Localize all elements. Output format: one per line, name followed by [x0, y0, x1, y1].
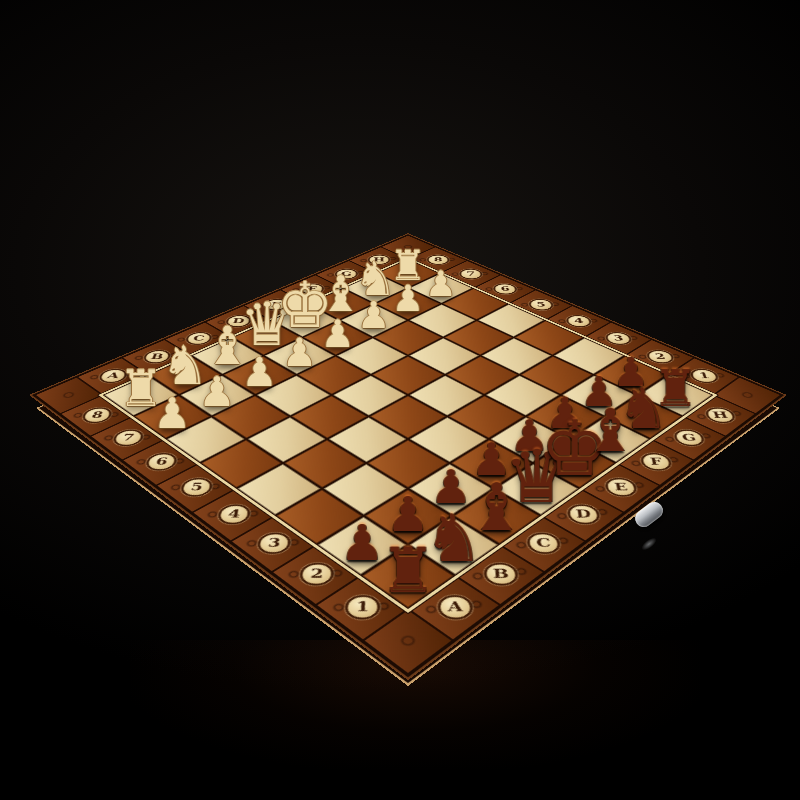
- coord-label-file-d: D: [224, 315, 251, 327]
- scene-background: ABCDEFGH8877665544332211ABCDEFGH ♜♞♝♛♚♝♞…: [0, 0, 800, 800]
- chess-board: ABCDEFGH8877665544332211ABCDEFGH: [36, 236, 780, 673]
- coord-label-file-d: D: [565, 504, 600, 524]
- coord-label-rank-5: 5: [527, 299, 553, 310]
- coord-label-file-g: G: [671, 430, 705, 446]
- coord-label-rank-2: 2: [298, 563, 334, 586]
- coord-label-rank-8: 8: [426, 255, 449, 265]
- coord-label-file-c: C: [184, 332, 213, 345]
- coord-label-rank-7: 7: [110, 430, 144, 446]
- coord-label-rank-6: 6: [143, 453, 178, 470]
- coord-label-file-h: H: [703, 407, 737, 423]
- coord-label-rank-5: 5: [178, 478, 213, 497]
- hinge-reflection: [639, 535, 658, 552]
- coord-label-file-f: F: [638, 453, 673, 470]
- coord-label-rank-1: 1: [344, 595, 380, 619]
- coord-label-rank-4: 4: [215, 504, 250, 524]
- coord-label-file-e: E: [262, 299, 288, 310]
- coord-label-rank-8: 8: [79, 407, 113, 423]
- coord-label-rank-1: 1: [688, 369, 720, 383]
- coord-label-file-a: A: [96, 369, 128, 383]
- coord-label-rank-7: 7: [458, 269, 482, 279]
- coord-label-file-b: B: [482, 563, 518, 586]
- coord-label-file-c: C: [525, 533, 561, 554]
- coord-label-file-f: F: [299, 284, 324, 295]
- coord-label-rank-3: 3: [255, 533, 291, 554]
- coord-label-rank-6: 6: [492, 284, 517, 295]
- coord-label-file-e: E: [603, 478, 638, 497]
- coord-label-file-a: A: [437, 595, 473, 619]
- coord-label-file-b: B: [141, 350, 171, 363]
- coord-label-file-h: H: [367, 255, 390, 265]
- coord-label-file-g: G: [334, 269, 358, 279]
- coord-label-rank-4: 4: [565, 315, 592, 327]
- board-perspective-wrap: ABCDEFGH8877665544332211ABCDEFGH: [36, 236, 780, 673]
- coord-label-rank-2: 2: [645, 350, 675, 363]
- coord-label-rank-3: 3: [604, 332, 633, 345]
